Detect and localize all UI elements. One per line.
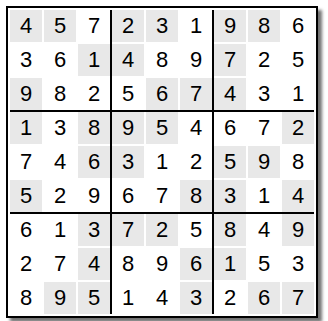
cell-r1c1[interactable]: 4 xyxy=(10,10,42,42)
cell-r6c1[interactable]: 5 xyxy=(10,180,42,212)
cell-r3c4[interactable]: 5 xyxy=(112,78,144,110)
cell-r2c1[interactable]: 3 xyxy=(10,44,42,76)
cell-r3c8[interactable]: 3 xyxy=(248,78,280,110)
cell-r6c6[interactable]: 8 xyxy=(180,180,212,212)
cell-r6c9[interactable]: 4 xyxy=(282,180,314,212)
cell-r7c4[interactable]: 7 xyxy=(112,214,144,246)
cell-r4c4[interactable]: 9 xyxy=(112,112,144,144)
cell-r2c3[interactable]: 1 xyxy=(78,44,110,76)
cell-r9c7[interactable]: 2 xyxy=(214,282,246,314)
cell-r4c8[interactable]: 7 xyxy=(248,112,280,144)
cell-r6c3[interactable]: 9 xyxy=(78,180,110,212)
cell-r7c8[interactable]: 4 xyxy=(248,214,280,246)
cell-r4c7[interactable]: 6 xyxy=(214,112,246,144)
box-5: 954312678 xyxy=(112,112,212,212)
cell-r9c2[interactable]: 9 xyxy=(44,282,76,314)
cell-r9c1[interactable]: 8 xyxy=(10,282,42,314)
cell-r4c5[interactable]: 5 xyxy=(146,112,178,144)
cell-r3c9[interactable]: 1 xyxy=(282,78,314,110)
box-8: 725896143 xyxy=(112,214,212,314)
box-3: 986725431 xyxy=(214,10,314,110)
cell-r1c9[interactable]: 6 xyxy=(282,10,314,42)
cell-r1c8[interactable]: 8 xyxy=(248,10,280,42)
cell-r5c1[interactable]: 7 xyxy=(10,146,42,178)
sudoku-grid: 4573619822314895679867254311387465299543… xyxy=(10,10,314,314)
box-4: 138746529 xyxy=(10,112,110,212)
cell-r2c2[interactable]: 6 xyxy=(44,44,76,76)
cell-r9c4[interactable]: 1 xyxy=(112,282,144,314)
cell-r4c9[interactable]: 2 xyxy=(282,112,314,144)
cell-r8c3[interactable]: 4 xyxy=(78,248,110,280)
cell-r2c6[interactable]: 9 xyxy=(180,44,212,76)
box-9: 849153267 xyxy=(214,214,314,314)
cell-r5c5[interactable]: 1 xyxy=(146,146,178,178)
cell-r7c5[interactable]: 2 xyxy=(146,214,178,246)
cell-r7c9[interactable]: 9 xyxy=(282,214,314,246)
cell-r5c2[interactable]: 4 xyxy=(44,146,76,178)
cell-r2c7[interactable]: 7 xyxy=(214,44,246,76)
cell-r3c3[interactable]: 2 xyxy=(78,78,110,110)
cell-r2c9[interactable]: 5 xyxy=(282,44,314,76)
cell-r9c9[interactable]: 7 xyxy=(282,282,314,314)
cell-r1c3[interactable]: 7 xyxy=(78,10,110,42)
cell-r7c3[interactable]: 3 xyxy=(78,214,110,246)
cell-r5c3[interactable]: 6 xyxy=(78,146,110,178)
cell-r1c4[interactable]: 2 xyxy=(112,10,144,42)
cell-r8c6[interactable]: 6 xyxy=(180,248,212,280)
cell-r6c2[interactable]: 2 xyxy=(44,180,76,212)
cell-r8c8[interactable]: 5 xyxy=(248,248,280,280)
cell-r2c8[interactable]: 2 xyxy=(248,44,280,76)
cell-r8c4[interactable]: 8 xyxy=(112,248,144,280)
cell-r6c5[interactable]: 7 xyxy=(146,180,178,212)
cell-r9c6[interactable]: 3 xyxy=(180,282,212,314)
cell-r9c5[interactable]: 4 xyxy=(146,282,178,314)
cell-r3c5[interactable]: 6 xyxy=(146,78,178,110)
cell-r6c8[interactable]: 1 xyxy=(248,180,280,212)
box-1: 457361982 xyxy=(10,10,110,110)
cell-r8c5[interactable]: 9 xyxy=(146,248,178,280)
cell-r7c1[interactable]: 6 xyxy=(10,214,42,246)
cell-r7c7[interactable]: 8 xyxy=(214,214,246,246)
cell-r5c9[interactable]: 8 xyxy=(282,146,314,178)
cell-r1c7[interactable]: 9 xyxy=(214,10,246,42)
cell-r6c4[interactable]: 6 xyxy=(112,180,144,212)
cell-r9c8[interactable]: 6 xyxy=(248,282,280,314)
cell-r3c6[interactable]: 7 xyxy=(180,78,212,110)
sudoku-board: 4573619822314895679867254311387465299543… xyxy=(6,6,318,318)
cell-r8c7[interactable]: 1 xyxy=(214,248,246,280)
cell-r8c2[interactable]: 7 xyxy=(44,248,76,280)
cell-r7c6[interactable]: 5 xyxy=(180,214,212,246)
cell-r3c1[interactable]: 9 xyxy=(10,78,42,110)
cell-r5c7[interactable]: 5 xyxy=(214,146,246,178)
cell-r1c5[interactable]: 3 xyxy=(146,10,178,42)
cell-r5c8[interactable]: 9 xyxy=(248,146,280,178)
cell-r3c7[interactable]: 4 xyxy=(214,78,246,110)
cell-r4c3[interactable]: 8 xyxy=(78,112,110,144)
cell-r4c1[interactable]: 1 xyxy=(10,112,42,144)
cell-r2c5[interactable]: 8 xyxy=(146,44,178,76)
cell-r2c4[interactable]: 4 xyxy=(112,44,144,76)
box-2: 231489567 xyxy=(112,10,212,110)
cell-r3c2[interactable]: 8 xyxy=(44,78,76,110)
cell-r1c2[interactable]: 5 xyxy=(44,10,76,42)
cell-r8c1[interactable]: 2 xyxy=(10,248,42,280)
cell-r6c7[interactable]: 3 xyxy=(214,180,246,212)
cell-r5c4[interactable]: 3 xyxy=(112,146,144,178)
box-7: 613274895 xyxy=(10,214,110,314)
box-6: 672598314 xyxy=(214,112,314,212)
cell-r9c3[interactable]: 5 xyxy=(78,282,110,314)
cell-r4c6[interactable]: 4 xyxy=(180,112,212,144)
cell-r5c6[interactable]: 2 xyxy=(180,146,212,178)
cell-r7c2[interactable]: 1 xyxy=(44,214,76,246)
cell-r1c6[interactable]: 1 xyxy=(180,10,212,42)
cell-r4c2[interactable]: 3 xyxy=(44,112,76,144)
cell-r8c9[interactable]: 3 xyxy=(282,248,314,280)
